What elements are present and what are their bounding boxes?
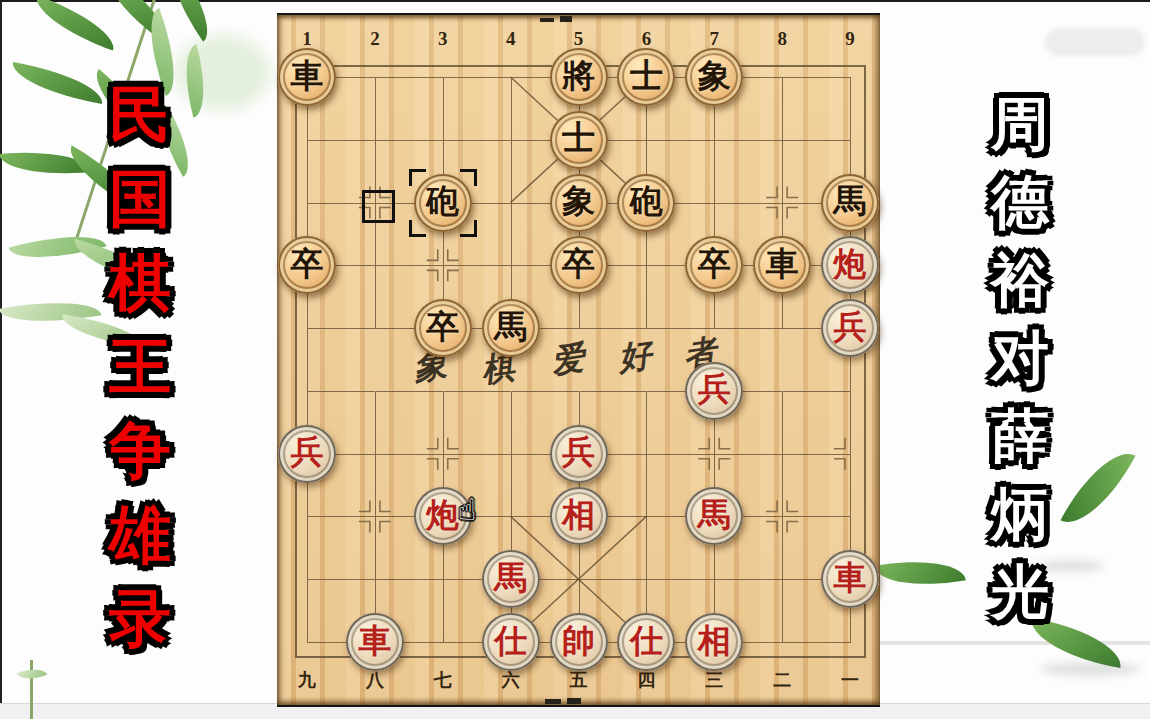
piece-glyph: 車 <box>834 562 867 595</box>
title-char: 棋 <box>88 252 192 336</box>
red-soldier[interactable]: 兵 <box>278 425 336 483</box>
black-soldier[interactable]: 卒 <box>414 299 472 357</box>
black-cannon[interactable]: 砲 <box>414 174 472 232</box>
file-label: 5 <box>574 28 584 50</box>
title-char: 争 <box>88 420 192 504</box>
red-soldier[interactable]: 兵 <box>821 299 879 357</box>
piece-glyph: 馬 <box>494 311 527 344</box>
piece-glyph: 卒 <box>426 311 459 344</box>
title-char: 王 <box>88 336 192 420</box>
black-advisor[interactable]: 士 <box>550 111 608 169</box>
leaf-shadow <box>1040 662 1140 676</box>
black-advisor[interactable]: 士 <box>617 48 675 106</box>
black-soldier[interactable]: 卒 <box>550 236 608 294</box>
red-chariot[interactable]: 車 <box>346 613 404 671</box>
piece-glyph: 仕 <box>630 625 663 658</box>
piece-glyph: 馬 <box>494 562 527 595</box>
right-title: 周德裕对薛炳光 <box>968 95 1072 641</box>
file-label: 七 <box>434 668 452 692</box>
red-cannon[interactable]: 炮 <box>821 236 879 294</box>
frame-edge-top <box>0 0 1150 2</box>
frame-edge-left <box>0 0 2 719</box>
piece-glyph: 象 <box>698 60 731 93</box>
piece-glyph: 士 <box>630 60 663 93</box>
piece-glyph: 車 <box>358 625 391 658</box>
file-label: 1 <box>302 28 312 50</box>
piece-glyph: 卒 <box>698 248 731 281</box>
red-general[interactable]: 帥 <box>550 613 608 671</box>
black-elephant[interactable]: 象 <box>685 48 743 106</box>
file-label: 四 <box>637 668 655 692</box>
title-char: 国 <box>88 168 192 252</box>
title-char: 德 <box>968 173 1072 251</box>
leaf-decoration <box>28 0 121 51</box>
black-soldier[interactable]: 卒 <box>278 236 336 294</box>
river-watermark-char: 好 <box>616 332 655 381</box>
piece-glyph: 砲 <box>426 185 459 218</box>
river-watermark-char: 爱 <box>549 335 588 384</box>
hand-cursor-icon: ☝ <box>458 492 476 527</box>
piece-glyph: 相 <box>562 499 595 532</box>
file-label: 八 <box>366 668 384 692</box>
title-char: 裕 <box>968 251 1072 329</box>
file-label: 五 <box>570 668 588 692</box>
red-elephant[interactable]: 相 <box>550 487 608 545</box>
red-advisor[interactable]: 仕 <box>482 613 540 671</box>
leaf-decoration <box>874 551 966 596</box>
black-elephant[interactable]: 象 <box>550 174 608 232</box>
piece-glyph: 炮 <box>426 499 459 532</box>
xiangqi-board[interactable]: 123456789 九八七六五四三二一 象棋爱好者 車將士象士砲象砲馬卒卒卒車炮… <box>277 13 880 707</box>
piece-glyph: 卒 <box>562 248 595 281</box>
piece-glyph: 將 <box>562 60 595 93</box>
red-chariot[interactable]: 車 <box>821 550 879 608</box>
title-char: 薛 <box>968 407 1072 485</box>
piece-glyph: 兵 <box>562 436 595 469</box>
cropped-text-fragment-top <box>560 16 572 22</box>
piece-glyph: 兵 <box>834 311 867 344</box>
piece-glyph: 帥 <box>562 625 595 658</box>
black-cannon[interactable]: 砲 <box>617 174 675 232</box>
piece-glyph: 砲 <box>630 185 663 218</box>
file-label: 6 <box>642 28 652 50</box>
screenshot-stage: 民国棋王争雄录 周德裕对薛炳光 123456789 九八七六五四三二一 象棋爱好… <box>0 0 1150 719</box>
black-horse[interactable]: 馬 <box>821 174 879 232</box>
file-label: 三 <box>705 668 723 692</box>
piece-glyph: 兵 <box>698 373 731 406</box>
file-label: 一 <box>841 668 859 692</box>
file-label: 2 <box>370 28 380 50</box>
title-char: 炳 <box>968 485 1072 563</box>
black-horse[interactable]: 馬 <box>482 299 540 357</box>
piece-glyph: 兵 <box>291 436 324 469</box>
table-edge-line <box>880 641 1150 645</box>
file-label: 7 <box>710 28 720 50</box>
red-advisor[interactable]: 仕 <box>617 613 675 671</box>
piece-glyph: 馬 <box>698 499 731 532</box>
file-label: 4 <box>506 28 516 50</box>
red-soldier[interactable]: 兵 <box>550 425 608 483</box>
title-char: 民 <box>88 84 192 168</box>
last-move-origin-marker <box>362 190 395 223</box>
file-label: 六 <box>502 668 520 692</box>
red-elephant[interactable]: 相 <box>685 613 743 671</box>
file-label: 3 <box>438 28 448 50</box>
piece-glyph: 車 <box>291 60 324 93</box>
piece-glyph: 相 <box>698 625 731 658</box>
red-soldier[interactable]: 兵 <box>685 362 743 420</box>
piece-glyph: 象 <box>562 185 595 218</box>
piece-glyph: 仕 <box>494 625 527 658</box>
piece-glyph: 卒 <box>291 248 324 281</box>
cropped-text-fragment-bottom <box>567 698 581 704</box>
title-char: 录 <box>88 588 192 672</box>
file-label: 9 <box>845 28 855 50</box>
file-label: 二 <box>773 668 791 692</box>
file-label: 九 <box>298 668 316 692</box>
piece-glyph: 士 <box>562 122 595 155</box>
cropped-text-fragment-bottom <box>545 699 561 704</box>
black-general[interactable]: 將 <box>550 48 608 106</box>
background-blob <box>1045 28 1145 56</box>
cropped-text-fragment-top <box>540 18 554 22</box>
piece-glyph: 車 <box>766 248 799 281</box>
file-label: 8 <box>777 28 787 50</box>
title-char: 光 <box>968 563 1072 641</box>
piece-glyph: 炮 <box>834 248 867 281</box>
red-horse[interactable]: 馬 <box>482 550 540 608</box>
black-chariot[interactable]: 車 <box>278 48 336 106</box>
title-char: 周 <box>968 95 1072 173</box>
title-char: 雄 <box>88 504 192 588</box>
left-title: 民国棋王争雄录 <box>88 84 192 672</box>
title-char: 对 <box>968 329 1072 407</box>
piece-glyph: 馬 <box>834 185 867 218</box>
